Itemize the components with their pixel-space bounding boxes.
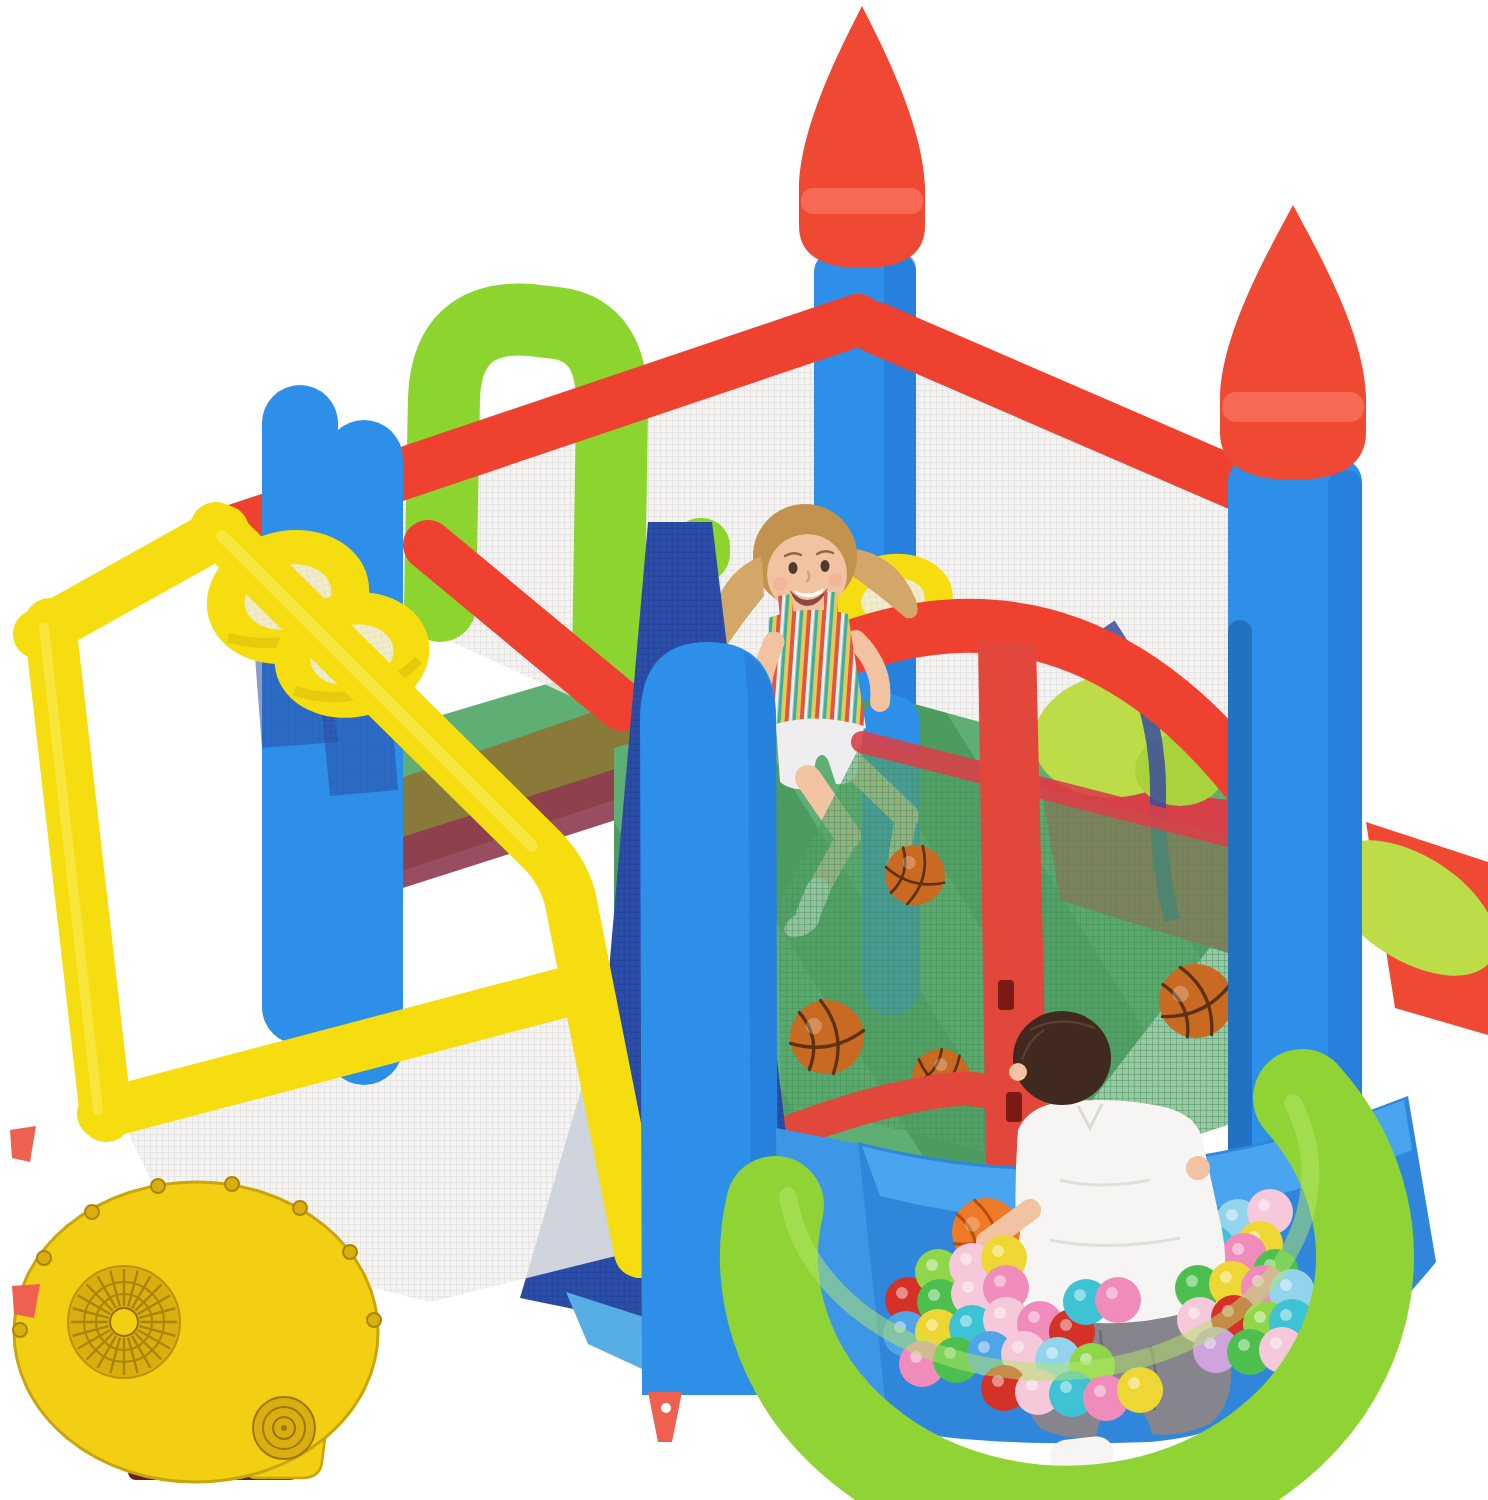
blower-outlet-grille: [253, 1397, 315, 1459]
boy-hair: [1013, 1011, 1111, 1105]
product-photo-stage: [0, 0, 1488, 1500]
boy-ear: [1009, 1063, 1027, 1081]
boy-hand-right: [1186, 1156, 1210, 1180]
pit-ball: [1117, 1367, 1163, 1413]
pit-ball: [1095, 1277, 1141, 1323]
blower-grille: [68, 1266, 180, 1378]
hoop-posts: [252, 385, 403, 1085]
bounce-house-illustration: [0, 0, 1488, 1500]
